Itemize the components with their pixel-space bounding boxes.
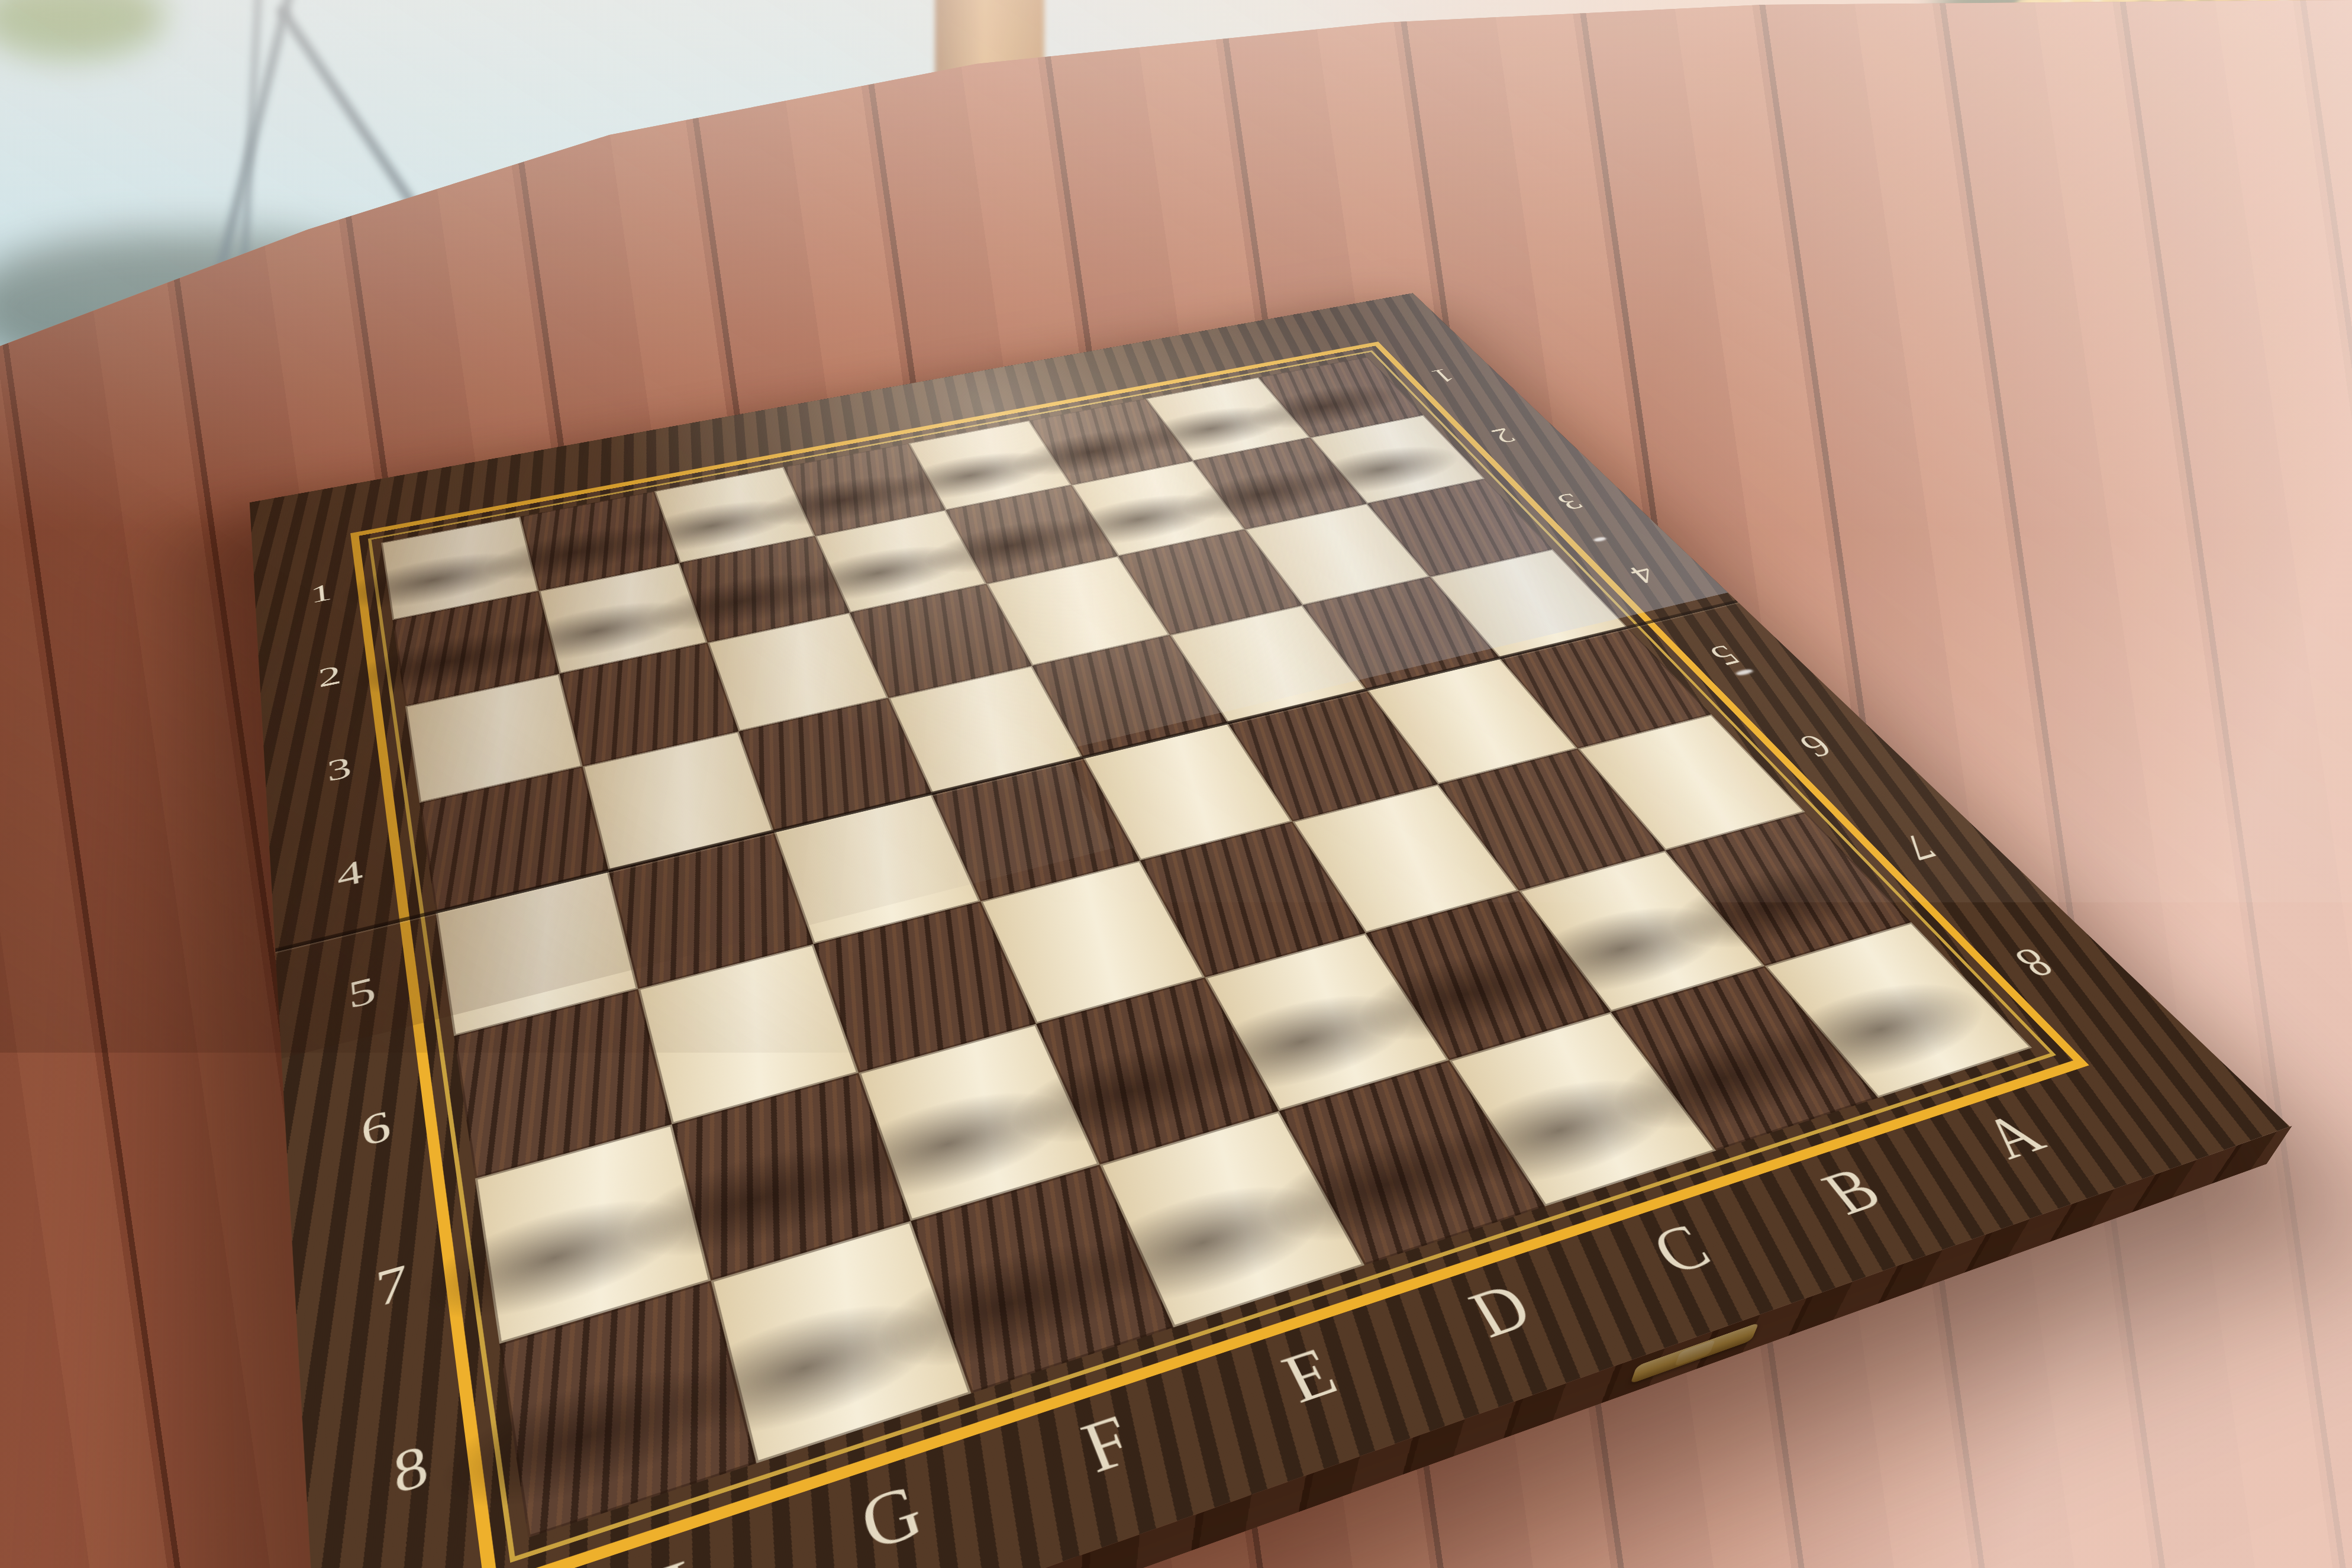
scene: 1122334455667788HGFEDCBA ♜♞♝♛♚♝♞♜♟♟♟♟♟♟♟… — [0, 0, 2352, 1568]
rank-label-1-left: 1 — [309, 577, 334, 608]
rank-label-2-left: 2 — [317, 659, 344, 693]
chess-board-wrapper: 1122334455667788HGFEDCBA ♜♞♝♛♚♝♞♜♟♟♟♟♟♟♟… — [314, 0, 1852, 1527]
